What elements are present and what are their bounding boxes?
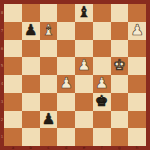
piece-black-bishop[interactable]: ♝ [77,4,90,21]
square-b2[interactable] [22,111,40,129]
square-e4[interactable] [75,75,93,93]
square-a2[interactable] [4,111,22,129]
square-d7[interactable] [57,22,75,40]
square-f7[interactable] [93,22,111,40]
piece-white-bishop[interactable]: ♝ [42,22,55,39]
square-e5[interactable]: ♟ [75,57,93,75]
square-a6[interactable] [4,40,22,58]
piece-white-pawn[interactable]: ♟ [95,75,108,92]
square-d4[interactable]: ♟ [57,75,75,93]
square-c4[interactable] [40,75,58,93]
square-h8[interactable] [128,4,146,22]
square-h6[interactable] [128,40,146,58]
file-label-d: d [57,146,75,150]
rank-label-3: 3 [0,93,4,111]
file-label-f: f [93,146,111,150]
square-g7[interactable] [111,22,129,40]
square-f6[interactable] [93,40,111,58]
piece-white-pawn[interactable]: ♟ [59,75,72,92]
file-label-h: h [128,146,146,150]
square-g6[interactable] [111,40,129,58]
square-f8[interactable] [93,4,111,22]
square-c7[interactable]: ♝ [40,22,58,40]
piece-white-pawn[interactable]: ♟ [77,57,90,74]
square-h3[interactable] [128,93,146,111]
file-label-c: c [40,146,58,150]
square-c8[interactable] [40,4,58,22]
square-g1[interactable] [111,128,129,146]
file-label-g: g [111,146,129,150]
file-label-b: b [22,146,40,150]
square-b1[interactable] [22,128,40,146]
square-e7[interactable] [75,22,93,40]
square-e1[interactable] [75,128,93,146]
square-b5[interactable] [22,57,40,75]
square-b3[interactable] [22,93,40,111]
square-e3[interactable] [75,93,93,111]
rank-label-4: 4 [0,75,4,93]
square-g4[interactable] [111,75,129,93]
square-d6[interactable] [57,40,75,58]
square-c3[interactable] [40,93,58,111]
square-d5[interactable] [57,57,75,75]
square-f3[interactable]: ♚ [93,93,111,111]
rank-label-6: 6 [0,40,4,58]
board-grid: ♝♟♝♟♟♚♟♟♚♟ [4,4,146,146]
square-h7[interactable]: ♟ [128,22,146,40]
square-e8[interactable]: ♝ [75,4,93,22]
square-g5[interactable]: ♚ [111,57,129,75]
piece-white-king[interactable]: ♚ [113,57,126,74]
rank-label-2: 2 [0,111,4,129]
rank-label-8: 8 [0,4,4,22]
square-h2[interactable] [128,111,146,129]
square-f1[interactable] [93,128,111,146]
piece-black-pawn[interactable]: ♟ [24,22,37,39]
square-d8[interactable] [57,4,75,22]
chess-board: ♝♟♝♟♟♚♟♟♚♟ 87654321 abcdefgh [0,0,150,150]
square-a5[interactable] [4,57,22,75]
square-c5[interactable] [40,57,58,75]
piece-white-pawn[interactable]: ♟ [130,22,143,39]
square-a8[interactable] [4,4,22,22]
square-f5[interactable] [93,57,111,75]
file-label-a: a [4,146,22,150]
square-e2[interactable] [75,111,93,129]
square-e6[interactable] [75,40,93,58]
piece-black-pawn[interactable]: ♟ [42,111,55,128]
square-g3[interactable] [111,93,129,111]
square-b6[interactable] [22,40,40,58]
square-f4[interactable]: ♟ [93,75,111,93]
square-g2[interactable] [111,111,129,129]
file-coordinates: abcdefgh [4,146,146,150]
square-h4[interactable] [128,75,146,93]
square-g8[interactable] [111,4,129,22]
square-b8[interactable] [22,4,40,22]
square-b4[interactable] [22,75,40,93]
square-b7[interactable]: ♟ [22,22,40,40]
square-h1[interactable] [128,128,146,146]
square-c1[interactable] [40,128,58,146]
square-h5[interactable] [128,57,146,75]
square-d1[interactable] [57,128,75,146]
square-a3[interactable] [4,93,22,111]
square-a4[interactable] [4,75,22,93]
rank-label-5: 5 [0,57,4,75]
rank-coordinates: 87654321 [0,4,4,146]
square-a7[interactable] [4,22,22,40]
square-c2[interactable]: ♟ [40,111,58,129]
rank-label-7: 7 [0,22,4,40]
piece-black-king[interactable]: ♚ [95,93,108,110]
square-a1[interactable] [4,128,22,146]
square-f2[interactable] [93,111,111,129]
square-c6[interactable] [40,40,58,58]
file-label-e: e [75,146,93,150]
square-d2[interactable] [57,111,75,129]
rank-label-1: 1 [0,128,4,146]
square-d3[interactable] [57,93,75,111]
